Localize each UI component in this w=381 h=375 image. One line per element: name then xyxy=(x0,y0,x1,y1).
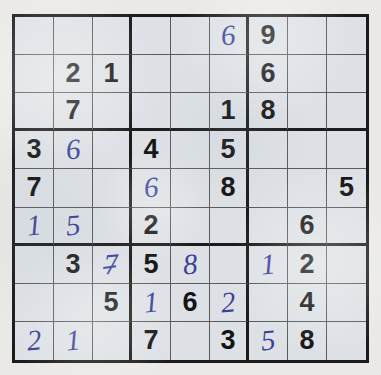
printed-digit-5: 5 xyxy=(143,251,158,278)
handwritten-digit-6: 6 xyxy=(220,20,237,50)
printed-digit-5: 5 xyxy=(220,136,235,163)
cell-r5c1[interactable]: 7 xyxy=(15,169,54,207)
printed-digit-3: 3 xyxy=(26,136,41,163)
cell-r9c4[interactable]: 7 xyxy=(132,322,171,360)
cell-r1c7[interactable]: 9 xyxy=(249,17,288,55)
handwritten-digit-5: 5 xyxy=(260,326,277,356)
printed-digit-6: 6 xyxy=(182,289,197,316)
cell-r9c3[interactable] xyxy=(93,322,132,360)
cell-r3c5[interactable] xyxy=(171,93,210,131)
cell-r4c9[interactable] xyxy=(327,131,366,169)
cell-r9c5[interactable] xyxy=(171,322,210,360)
cell-r2c2[interactable]: 2 xyxy=(54,55,93,93)
printed-digit-2: 2 xyxy=(299,251,314,278)
cell-r8c1[interactable] xyxy=(15,284,54,322)
cell-r6c7[interactable] xyxy=(249,208,288,246)
cell-r6c8[interactable]: 6 xyxy=(288,208,327,246)
cell-r7c4[interactable]: 5 xyxy=(132,246,171,284)
cell-r4c1[interactable]: 3 xyxy=(15,131,54,169)
cell-r1c6[interactable]: 6 xyxy=(210,17,249,55)
printed-digit-1: 1 xyxy=(220,97,235,124)
printed-digit-7: 7 xyxy=(143,327,158,354)
cell-r7c3[interactable]: 7 xyxy=(93,246,132,284)
printed-digit-6: 6 xyxy=(260,60,275,87)
cell-r2c9[interactable] xyxy=(327,55,366,93)
cell-r5c8[interactable] xyxy=(288,169,327,207)
cell-r7c8[interactable]: 2 xyxy=(288,246,327,284)
cell-r8c5[interactable]: 6 xyxy=(171,284,210,322)
cell-r6c3[interactable] xyxy=(93,208,132,246)
cell-r3c9[interactable] xyxy=(327,93,366,131)
cell-r3c1[interactable] xyxy=(15,93,54,131)
cell-r7c2[interactable]: 3 xyxy=(54,246,93,284)
cell-r8c3[interactable]: 5 xyxy=(93,284,132,322)
cell-r6c2[interactable]: 5 xyxy=(54,208,93,246)
printed-digit-3: 3 xyxy=(65,251,80,278)
printed-digit-3: 3 xyxy=(220,327,235,354)
cell-r9c2[interactable]: 1 xyxy=(54,322,93,360)
cell-r5c3[interactable] xyxy=(93,169,132,207)
handwritten-digit-1: 1 xyxy=(65,326,82,356)
cell-r7c5[interactable]: 8 xyxy=(171,246,210,284)
cell-r5c2[interactable] xyxy=(54,169,93,207)
printed-digit-6: 6 xyxy=(299,212,314,239)
cell-r2c8[interactable] xyxy=(288,55,327,93)
cell-r3c2[interactable]: 7 xyxy=(54,93,93,131)
printed-digit-8: 8 xyxy=(220,174,235,201)
cell-r1c5[interactable] xyxy=(171,17,210,55)
printed-digit-5: 5 xyxy=(339,174,354,201)
cell-r4c2[interactable]: 6 xyxy=(54,131,93,169)
printed-digit-8: 8 xyxy=(299,327,314,354)
cell-r4c8[interactable] xyxy=(288,131,327,169)
cell-r6c6[interactable] xyxy=(210,208,249,246)
printed-digit-2: 2 xyxy=(143,212,158,239)
cell-r4c4[interactable]: 4 xyxy=(132,131,171,169)
cell-r2c4[interactable] xyxy=(132,55,171,93)
cell-r4c3[interactable] xyxy=(93,131,132,169)
cell-r3c3[interactable] xyxy=(93,93,132,131)
cell-r5c9[interactable]: 5 xyxy=(327,169,366,207)
cell-r2c5[interactable] xyxy=(171,55,210,93)
cell-r8c6[interactable]: 2 xyxy=(210,284,249,322)
printed-digit-9: 9 xyxy=(260,22,275,49)
cell-r7c9[interactable] xyxy=(327,246,366,284)
handwritten-digit-5: 5 xyxy=(65,210,82,240)
cell-r3c7[interactable]: 8 xyxy=(249,93,288,131)
cell-r7c6[interactable] xyxy=(210,246,249,284)
cell-r8c4[interactable]: 1 xyxy=(132,284,171,322)
cell-r2c1[interactable] xyxy=(15,55,54,93)
scanned-sudoku-page: 6921671836457685152637581251624217358 xyxy=(0,0,381,375)
printed-digit-4: 4 xyxy=(143,136,158,163)
handwritten-digit-1: 1 xyxy=(26,210,43,240)
handwritten-digit-6: 6 xyxy=(143,173,160,203)
sudoku-board: 6921671836457685152637581251624217358 xyxy=(12,14,369,363)
cell-r3c4[interactable] xyxy=(132,93,171,131)
cell-r7c1[interactable] xyxy=(15,246,54,284)
handwritten-digit-2: 2 xyxy=(26,326,43,356)
cell-r5c7[interactable] xyxy=(249,169,288,207)
cell-r6c9[interactable] xyxy=(327,208,366,246)
cell-r6c4[interactable]: 2 xyxy=(132,208,171,246)
cell-r6c1[interactable]: 1 xyxy=(15,208,54,246)
cell-r9c1[interactable]: 2 xyxy=(15,322,54,360)
printed-digit-2: 2 xyxy=(65,60,80,87)
cell-r9c7[interactable]: 5 xyxy=(249,322,288,360)
cell-r9c8[interactable]: 8 xyxy=(288,322,327,360)
cell-r5c5[interactable] xyxy=(171,169,210,207)
printed-digit-5: 5 xyxy=(103,289,118,316)
cell-r8c8[interactable]: 4 xyxy=(288,284,327,322)
cell-r8c9[interactable] xyxy=(327,284,366,322)
handwritten-digit-6: 6 xyxy=(65,135,82,165)
printed-digit-7: 7 xyxy=(65,97,80,124)
handwritten-digit-2: 2 xyxy=(220,287,237,317)
handwritten-digit-7: 7 xyxy=(103,249,120,279)
cell-r9c6[interactable]: 3 xyxy=(210,322,249,360)
cell-r8c2[interactable] xyxy=(54,284,93,322)
cell-r1c2[interactable] xyxy=(54,17,93,55)
cell-r8c7[interactable] xyxy=(249,284,288,322)
cell-r1c3[interactable] xyxy=(93,17,132,55)
cell-r1c9[interactable] xyxy=(327,17,366,55)
cell-r1c1[interactable] xyxy=(15,17,54,55)
handwritten-digit-1: 1 xyxy=(143,287,160,317)
cell-r6c5[interactable] xyxy=(171,208,210,246)
cell-r9c9[interactable] xyxy=(327,322,366,360)
handwritten-digit-1: 1 xyxy=(260,249,277,279)
cell-r2c3[interactable]: 1 xyxy=(93,55,132,93)
cell-r4c7[interactable] xyxy=(249,131,288,169)
cell-r5c4[interactable]: 6 xyxy=(132,169,171,207)
printed-digit-4: 4 xyxy=(299,289,314,316)
printed-digit-8: 8 xyxy=(260,97,275,124)
cell-r1c8[interactable] xyxy=(288,17,327,55)
cell-r3c8[interactable] xyxy=(288,93,327,131)
printed-digit-1: 1 xyxy=(103,60,118,87)
cell-r5c6[interactable]: 8 xyxy=(210,169,249,207)
cell-r7c7[interactable]: 1 xyxy=(249,246,288,284)
cell-r2c6[interactable] xyxy=(210,55,249,93)
cell-r1c4[interactable] xyxy=(132,17,171,55)
handwritten-digit-8: 8 xyxy=(182,249,199,279)
cell-r4c5[interactable] xyxy=(171,131,210,169)
cell-r2c7[interactable]: 6 xyxy=(249,55,288,93)
cell-r3c6[interactable]: 1 xyxy=(210,93,249,131)
cell-r4c6[interactable]: 5 xyxy=(210,131,249,169)
printed-digit-7: 7 xyxy=(26,174,41,201)
